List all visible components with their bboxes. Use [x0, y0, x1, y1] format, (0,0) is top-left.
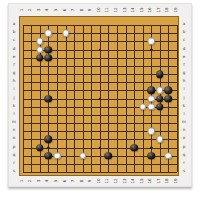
- black-stone[interactable]: [156, 70, 164, 78]
- column-label-bottom: 18: [165, 178, 169, 183]
- white-stone[interactable]: [36, 38, 44, 46]
- column-label-top: 9: [88, 9, 92, 12]
- column-label-top: 5: [54, 9, 58, 12]
- column-label-bottom: 8: [80, 180, 84, 183]
- row-label-left: s: [13, 169, 15, 173]
- white-stone[interactable]: [147, 95, 155, 103]
- column-label-top: 10: [97, 7, 101, 12]
- row-label-right: d: [183, 47, 186, 51]
- row-label-right: g: [183, 71, 186, 75]
- black-stone[interactable]: [165, 95, 173, 103]
- column-label-top: 18: [165, 7, 169, 12]
- column-label-bottom: 12: [114, 178, 118, 183]
- white-stone[interactable]: [79, 152, 87, 160]
- row-label-left: q: [13, 153, 16, 157]
- white-stone[interactable]: [147, 127, 155, 135]
- row-label-left: l: [13, 112, 14, 116]
- row-label-left: r: [13, 161, 15, 165]
- row-label-left: m: [12, 120, 16, 124]
- grid-line-vertical: [117, 25, 118, 172]
- row-label-right: n: [183, 128, 186, 132]
- row-label-left: b: [13, 30, 16, 34]
- row-label-right: m: [182, 120, 186, 124]
- column-label-top: 17: [157, 7, 161, 12]
- black-stone[interactable]: [156, 103, 164, 111]
- row-label-right: e: [183, 55, 185, 59]
- column-label-bottom: 2: [28, 180, 32, 183]
- column-label-top: 11: [105, 7, 109, 12]
- column-label-top: 4: [45, 9, 49, 12]
- black-stone[interactable]: [36, 54, 44, 62]
- black-stone[interactable]: [105, 152, 113, 160]
- white-stone[interactable]: [62, 29, 70, 37]
- white-stone[interactable]: [147, 38, 155, 46]
- row-label-left: f: [13, 63, 14, 67]
- row-label-left: j: [13, 96, 14, 100]
- row-label-right: b: [183, 30, 186, 34]
- column-label-top: 2: [28, 9, 32, 12]
- black-stone[interactable]: [130, 144, 138, 152]
- white-stone[interactable]: [156, 87, 164, 95]
- black-stone[interactable]: [147, 152, 155, 160]
- row-label-right: i: [183, 87, 184, 91]
- row-label-right: f: [183, 63, 184, 67]
- column-label-bottom: 11: [105, 178, 109, 183]
- column-label-bottom: 14: [131, 178, 135, 183]
- row-label-left: i: [13, 87, 14, 91]
- white-stone[interactable]: [36, 46, 44, 54]
- row-label-right: k: [183, 104, 185, 108]
- grid-line-horizontal: [23, 164, 177, 165]
- column-label-bottom: 1: [20, 180, 24, 183]
- row-label-right: c: [183, 38, 185, 42]
- row-label-right: p: [183, 145, 186, 149]
- column-label-top: 12: [114, 7, 118, 12]
- column-label-bottom: 10: [97, 178, 101, 183]
- row-label-right: s: [183, 169, 185, 173]
- column-label-top: 16: [148, 7, 152, 12]
- go-board[interactable]: [19, 16, 179, 176]
- grid-line-vertical: [108, 25, 109, 172]
- row-label-right: a: [183, 22, 185, 26]
- black-stone[interactable]: [45, 152, 53, 160]
- column-label-top: 1: [20, 9, 24, 12]
- white-stone[interactable]: [165, 152, 173, 160]
- white-stone[interactable]: [156, 136, 164, 144]
- column-label-bottom: 5: [54, 180, 58, 183]
- page: { "game": "go", "board_size": 19, "title…: [0, 0, 200, 200]
- column-label-top: 8: [80, 9, 84, 12]
- grid-line-horizontal: [23, 172, 177, 173]
- black-stone[interactable]: [36, 144, 44, 152]
- row-label-right: r: [183, 161, 185, 165]
- column-label-top: 7: [71, 9, 75, 12]
- row-label-left: g: [13, 71, 16, 75]
- row-label-left: k: [13, 104, 15, 108]
- column-label-top: 6: [63, 9, 67, 12]
- column-label-bottom: 9: [88, 180, 92, 183]
- column-label-top: 14: [131, 7, 135, 12]
- row-label-left: o: [13, 136, 15, 140]
- column-label-top: 15: [140, 7, 144, 12]
- white-stone[interactable]: [147, 103, 155, 111]
- grid-line-horizontal: [23, 123, 177, 124]
- row-label-right: h: [183, 79, 186, 83]
- black-stone[interactable]: [45, 136, 53, 144]
- column-label-bottom: 6: [63, 180, 67, 183]
- row-label-right: l: [183, 112, 184, 116]
- row-label-left: e: [13, 55, 15, 59]
- column-label-top: 3: [37, 9, 41, 12]
- column-label-bottom: 4: [45, 180, 49, 183]
- column-label-bottom: 7: [71, 180, 75, 183]
- row-label-left: h: [13, 79, 16, 83]
- grid-line-vertical: [126, 25, 127, 172]
- black-stone[interactable]: [147, 87, 155, 95]
- black-stone[interactable]: [45, 95, 53, 103]
- column-label-bottom: 3: [37, 180, 41, 183]
- black-stone[interactable]: [45, 46, 53, 54]
- black-stone[interactable]: [165, 87, 173, 95]
- white-stone[interactable]: [53, 152, 61, 160]
- grid-line-horizontal: [23, 115, 177, 116]
- white-stone[interactable]: [139, 103, 147, 111]
- row-label-left: p: [13, 145, 16, 149]
- board-image: 1234567891011121314151617181912345678910…: [8, 3, 192, 187]
- column-label-bottom: 15: [140, 178, 144, 183]
- white-stone[interactable]: [45, 29, 53, 37]
- column-label-bottom: 16: [148, 178, 152, 183]
- row-label-left: d: [13, 47, 16, 51]
- column-label-bottom: 17: [157, 178, 161, 183]
- column-label-bottom: 19: [174, 178, 178, 183]
- column-label-bottom: 13: [123, 178, 127, 183]
- black-stone[interactable]: [45, 54, 53, 62]
- row-label-right: o: [183, 136, 185, 140]
- row-label-left: c: [13, 38, 15, 42]
- column-label-top: 19: [174, 7, 178, 12]
- row-label-left: a: [13, 22, 15, 26]
- row-label-right: j: [183, 96, 184, 100]
- grid-line-vertical: [177, 25, 178, 172]
- row-label-left: n: [13, 128, 16, 132]
- column-label-top: 13: [123, 7, 127, 12]
- grid-line-vertical: [143, 25, 144, 172]
- black-stone[interactable]: [156, 95, 164, 103]
- row-label-right: q: [183, 153, 186, 157]
